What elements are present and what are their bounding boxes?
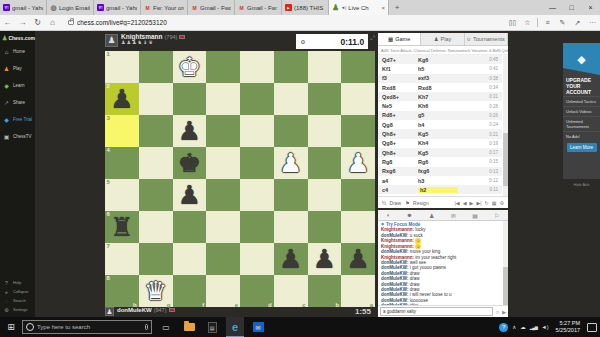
tab-label: Login Email No bbox=[59, 5, 90, 11]
square-c6[interactable] bbox=[274, 211, 308, 243]
square-a6[interactable] bbox=[341, 211, 375, 243]
square-h5[interactable]: 5 bbox=[105, 179, 139, 211]
browser-tab[interactable]: MGmail - Fwd: Yo bbox=[188, 0, 235, 15]
square-g6[interactable] bbox=[139, 211, 173, 243]
black-pawn[interactable]: ♟ bbox=[173, 179, 207, 211]
bottom-player-bar: ♟ donMuleKW (947) 1:55 bbox=[105, 307, 375, 317]
gmail-icon: M bbox=[191, 4, 198, 11]
file-explorer-button[interactable] bbox=[180, 317, 198, 337]
diamond-icon: ◆ bbox=[577, 53, 585, 66]
favorites-star-icon[interactable]: ☆ bbox=[520, 19, 535, 27]
move-time: 0:13 bbox=[489, 169, 498, 174]
browser-tab[interactable]: Y!gmail - Yahoo S bbox=[94, 0, 141, 15]
sidebar-item-label: Share bbox=[13, 100, 25, 105]
white-move[interactable]: Rxd8 bbox=[382, 85, 418, 91]
top-clock-time: 0:11.0 bbox=[341, 37, 365, 47]
square-h2[interactable]: 2♟ bbox=[105, 83, 139, 115]
expand-board-icon[interactable]: ⤢ bbox=[370, 35, 375, 42]
square-a3[interactable] bbox=[341, 115, 375, 147]
edge-icon: e bbox=[232, 321, 238, 333]
black-move[interactable]: Kh7 bbox=[418, 94, 458, 100]
reading-view-icon[interactable]: ▯▯ bbox=[505, 19, 520, 27]
chat-username[interactable]: Knightsmannn: bbox=[381, 244, 414, 249]
white-move[interactable]: Qh8+ bbox=[382, 131, 418, 137]
black-move[interactable]: Kg5 bbox=[418, 131, 458, 137]
game-panel: ▦Game♟Play∪Tournaments A46: Torre Attack… bbox=[378, 33, 508, 208]
black-move[interactable]: Kg5 bbox=[418, 150, 458, 156]
sidebar-item-label: ChessTV bbox=[13, 134, 32, 139]
top-player-rating: (794) bbox=[165, 34, 178, 40]
square-f5[interactable]: ♟ bbox=[173, 179, 207, 211]
square-h6[interactable]: 6♜ bbox=[105, 211, 139, 243]
white-move[interactable]: Qg8+ bbox=[382, 140, 418, 146]
top-player-flag-icon bbox=[179, 35, 185, 39]
white-move[interactable]: Rd8+ bbox=[382, 112, 418, 118]
tray-chevron-icon[interactable]: ∧ bbox=[512, 324, 516, 330]
sidebar-footer-label: Search bbox=[13, 298, 26, 303]
new-tab-button[interactable]: + bbox=[389, 0, 405, 15]
tab-close-icon[interactable]: × bbox=[381, 5, 385, 11]
edge-button[interactable]: e bbox=[226, 317, 244, 337]
chesscom-sidebar: ♟ Chess.com ⌂Home♟Play◆Learn↗Share◆Free … bbox=[0, 31, 35, 317]
black-move[interactable]: Kg6 bbox=[418, 57, 458, 63]
white-move[interactable]: Qxd8+ bbox=[382, 94, 418, 100]
chat-username[interactable]: donMuleKW: bbox=[381, 265, 408, 270]
sidebar-item-play[interactable]: ♟Play bbox=[0, 60, 35, 77]
promo-feature: Unlimited Tactics bbox=[563, 96, 600, 106]
home-icon[interactable]: ⌂ bbox=[45, 18, 60, 27]
browser-tab[interactable]: ♟◄)Live Ch× bbox=[329, 0, 389, 15]
chat-input-row: ☺ ▶ bbox=[378, 305, 508, 317]
square-b7[interactable]: ♟ bbox=[308, 243, 342, 275]
share-icon[interactable]: ↗ bbox=[570, 19, 585, 27]
chat-username[interactable]: Knightsmannn: bbox=[381, 238, 414, 243]
promo-feature: No Ads! bbox=[563, 131, 600, 141]
bottom-player-avatar[interactable]: ♟ bbox=[105, 307, 114, 316]
tab-label: Fw: Your order r bbox=[153, 5, 184, 11]
tab-label: Live Ch bbox=[348, 5, 368, 11]
draw-icon: ½ bbox=[382, 200, 386, 206]
white-move[interactable]: Rxg6 bbox=[382, 168, 418, 174]
sidebar-item-learn[interactable]: ◆Learn bbox=[0, 77, 35, 94]
move-time: 0:34 bbox=[489, 85, 498, 90]
move-time: 0:41 bbox=[489, 66, 498, 71]
chat-tab-flag-icon[interactable]: ⚐ bbox=[494, 212, 499, 219]
square-d7[interactable] bbox=[240, 243, 274, 275]
mic-icon[interactable] bbox=[145, 324, 148, 330]
move-row: Qxd8+Kh70:31 bbox=[378, 92, 502, 101]
web-note-icon[interactable]: ✎ bbox=[555, 19, 570, 27]
square-c5[interactable] bbox=[274, 179, 308, 211]
move-time: 0:21 bbox=[489, 132, 498, 137]
sidebar-item-home[interactable]: ⌂Home bbox=[0, 43, 35, 60]
square-a7[interactable]: ♟ bbox=[341, 243, 375, 275]
chat-input[interactable] bbox=[380, 307, 493, 316]
bottom-player-name[interactable]: donMuleKW bbox=[117, 307, 152, 314]
square-h3[interactable]: 3 bbox=[105, 115, 139, 147]
square-g2[interactable] bbox=[139, 83, 173, 115]
browser-tab[interactable]: ▶(188) THIS GAM bbox=[282, 0, 329, 15]
sidebar-footer-label: Help bbox=[13, 280, 21, 285]
chat-username[interactable]: Knightsmannn: bbox=[381, 255, 414, 260]
square-h8[interactable]: 8h bbox=[105, 275, 139, 307]
square-d3[interactable] bbox=[240, 115, 274, 147]
move-time: 0:45 bbox=[489, 57, 498, 62]
home-icon: ⌂ bbox=[3, 49, 10, 55]
sidebar-footer-label: Settings bbox=[13, 307, 27, 312]
sidebar-item-share[interactable]: ↗Share bbox=[0, 94, 35, 111]
square-f7[interactable] bbox=[173, 243, 207, 275]
chat-username[interactable]: donMuleKW: bbox=[381, 282, 408, 287]
play-icon: ♟ bbox=[3, 65, 10, 72]
black-king[interactable]: ♚ bbox=[173, 147, 207, 179]
white-move[interactable]: a4 bbox=[382, 178, 418, 184]
refresh-icon[interactable]: ↻ bbox=[30, 18, 45, 27]
bottom-player-rating: (947) bbox=[154, 307, 167, 313]
chat-tab-users-icon[interactable]: ☻ bbox=[406, 212, 412, 218]
square-c1[interactable] bbox=[274, 51, 308, 83]
black-move[interactable]: h4 bbox=[418, 122, 458, 128]
square-c8[interactable]: c bbox=[274, 275, 308, 307]
white-pawn[interactable]: ♟ bbox=[341, 147, 375, 179]
folder-icon bbox=[184, 323, 195, 331]
move-row: Kf1h50:41 bbox=[378, 64, 502, 73]
browser-tab[interactable]: Y!gmail - Yahoo S bbox=[0, 0, 47, 15]
move-time: 0:28 bbox=[489, 104, 498, 109]
back-icon[interactable]: ← bbox=[0, 18, 15, 27]
sidebar-footer-help[interactable]: ?Help bbox=[0, 278, 35, 287]
pawn-logo-icon: ♟ bbox=[2, 34, 7, 41]
move-time: 0:38 bbox=[489, 76, 498, 81]
rank-label: 2 bbox=[107, 83, 110, 89]
hub-icon[interactable]: ≡ bbox=[540, 19, 555, 26]
black-pawn[interactable]: ♟ bbox=[274, 243, 308, 275]
first-move-icon[interactable]: |◀ bbox=[455, 200, 460, 206]
chat-username[interactable]: Knightsmannn: bbox=[381, 227, 414, 232]
white-move[interactable]: Kf1 bbox=[382, 66, 418, 72]
move-row: Ne5Kh60:28 bbox=[378, 101, 502, 110]
start-button[interactable]: ⊞ bbox=[0, 322, 22, 332]
sidebar-items: ⌂Home♟Play◆Learn↗Share◆Free Trial▣ChessT… bbox=[0, 43, 35, 145]
black-move[interactable]: g5 bbox=[418, 112, 458, 118]
square-e4[interactable] bbox=[206, 147, 240, 179]
square-g4[interactable] bbox=[139, 147, 173, 179]
square-e3[interactable] bbox=[206, 115, 240, 147]
move-row: c4h20:11 bbox=[378, 185, 502, 194]
move-row: a4h30:12 bbox=[378, 176, 502, 185]
chat-tab-grid-icon[interactable]: ▤ bbox=[472, 212, 478, 219]
tab-label: Gmail - Fw: You bbox=[247, 5, 278, 11]
resign-button[interactable]: ⚑ Resign bbox=[405, 200, 428, 206]
square-a2[interactable] bbox=[341, 83, 375, 115]
panel-tab-label: Play bbox=[441, 36, 452, 42]
panel-tab-tournaments[interactable]: ∪Tournaments bbox=[465, 33, 508, 45]
tab-label: gmail - Yahoo S bbox=[106, 5, 137, 11]
close-button[interactable]: × bbox=[581, 0, 600, 15]
sidebar-footer-search[interactable]: ◌Search bbox=[0, 296, 35, 305]
square-e1[interactable] bbox=[206, 51, 240, 83]
square-g7[interactable] bbox=[139, 243, 173, 275]
tab-label: gmail - Yahoo S bbox=[12, 5, 43, 11]
white-move[interactable]: Rg8 bbox=[382, 159, 418, 165]
search-icon: ◌ bbox=[3, 298, 10, 304]
move-row: Rg8Rg60:15 bbox=[378, 157, 502, 166]
yahoo-icon: Y! bbox=[3, 4, 10, 11]
move-list-scrollbar[interactable] bbox=[503, 55, 508, 196]
bottom-clock-time: 1:55 bbox=[355, 307, 375, 316]
calculator-button[interactable]: ▤ bbox=[203, 317, 221, 337]
promo-feature: Unlock Videos bbox=[563, 106, 600, 116]
move-row: Qh8+Kg50:21 bbox=[378, 129, 502, 138]
black-move[interactable]: Kh4 bbox=[418, 140, 458, 146]
rank-label: 5 bbox=[107, 179, 110, 185]
outlook-button[interactable]: ✉ bbox=[249, 317, 267, 337]
chat-panel: ◖☻♟✉▤⚐ ◆Try Focus ModeKnightsmannn: luck… bbox=[378, 210, 508, 317]
logo-text: Chess.com bbox=[8, 35, 35, 41]
chess-board[interactable]: 1♚2♟3♟4♚♟♟5♟6♜7♟♟♟8hg♛fedcba bbox=[105, 51, 375, 307]
square-f3[interactable]: ♟ bbox=[173, 115, 207, 147]
black-move[interactable]: h5 bbox=[418, 66, 458, 72]
square-e6[interactable] bbox=[206, 211, 240, 243]
move-time: 0:19 bbox=[489, 141, 498, 146]
square-b8[interactable]: b bbox=[308, 275, 342, 307]
sidebar-footer-collapse[interactable]: «Collapse bbox=[0, 287, 35, 296]
chat-messages[interactable]: ◆Try Focus ModeKnightsmannn: luckydonMul… bbox=[378, 221, 508, 305]
chat-username[interactable]: donMuleKW: bbox=[381, 271, 408, 276]
move-time: 0:12 bbox=[489, 178, 498, 183]
draw-button[interactable]: ½ Draw bbox=[382, 200, 401, 206]
system-tray: ? ∧ ☁ ▂▄▆ ◄) 5:27 PM 5/25/2017 bbox=[499, 320, 600, 334]
white-king[interactable]: ♚ bbox=[173, 51, 207, 83]
calculator-icon: ▤ bbox=[208, 322, 217, 333]
square-g3[interactable] bbox=[139, 115, 173, 147]
action-center-icon[interactable] bbox=[587, 323, 597, 332]
move-row: Qg8h40:24 bbox=[378, 120, 502, 129]
move-time: 0:26 bbox=[489, 113, 498, 118]
chat-username[interactable]: donMuleKW: bbox=[381, 292, 408, 297]
sidebar-item-chesstv[interactable]: ▣ChessTV bbox=[0, 128, 35, 145]
white-move[interactable]: c4 bbox=[382, 187, 418, 193]
cortana-icon bbox=[26, 323, 34, 331]
browser-tab[interactable]: MFw: Your order r bbox=[141, 0, 188, 15]
black-move[interactable]: Kh6 bbox=[418, 103, 458, 109]
move-row: Qd7+Kg60:45 bbox=[378, 55, 502, 64]
panel-tab-game[interactable]: ▦Game bbox=[378, 33, 421, 45]
move-time: 0:24 bbox=[489, 122, 498, 127]
browser-tab-bar: Y!gmail - Yahoo S◍Login Email NoY!gmail … bbox=[0, 0, 600, 15]
black-pawn[interactable]: ♟ bbox=[308, 243, 342, 275]
forward-icon[interactable]: → bbox=[15, 18, 30, 27]
white-move[interactable]: Qd7+ bbox=[382, 57, 418, 63]
screen: Y!gmail - Yahoo S◍Login Email NoY!gmail … bbox=[0, 0, 600, 337]
onedrive-cloud-icon[interactable]: ☁ bbox=[520, 324, 526, 330]
rank-label: 6 bbox=[107, 211, 110, 217]
white-move[interactable]: Ne5 bbox=[382, 103, 418, 109]
square-f1[interactable]: ♚ bbox=[173, 51, 207, 83]
square-e5[interactable] bbox=[206, 179, 240, 211]
chat-username[interactable]: donMuleKW: bbox=[381, 233, 408, 238]
learn-more-button[interactable]: Learn More bbox=[567, 143, 597, 152]
black-move[interactable]: h2 bbox=[418, 187, 458, 193]
network-icon[interactable]: ▂▄▆ bbox=[530, 325, 538, 330]
sidebar-footer-items: ?Help«Collapse◌Search⚙Settings bbox=[0, 278, 35, 314]
gmail-icon: M bbox=[144, 4, 151, 11]
black-move[interactable]: Rg6 bbox=[418, 159, 458, 165]
next-move-icon[interactable]: ▶ bbox=[470, 200, 474, 206]
white-move[interactable]: f3 bbox=[382, 75, 418, 81]
top-player-avatar[interactable]: ♟ bbox=[105, 34, 118, 47]
sidebar-item-label: Play bbox=[13, 66, 22, 71]
game-panel-tabs: ▦Game♟Play∪Tournaments bbox=[378, 33, 508, 46]
square-a4[interactable]: ♟ bbox=[341, 147, 375, 179]
square-d4[interactable] bbox=[240, 147, 274, 179]
move-list[interactable]: Qd7+Kg60:45Kf1h50:41f3exf30:38Rxd8Rxd80:… bbox=[378, 55, 508, 196]
square-h1[interactable]: 1 bbox=[105, 51, 139, 83]
panel-tab-label: Tournaments bbox=[473, 36, 505, 42]
black-pawn[interactable]: ♟ bbox=[105, 83, 139, 115]
square-d5[interactable] bbox=[240, 179, 274, 211]
move-row: Rxg6fxg60:13 bbox=[378, 167, 502, 176]
square-h7[interactable]: 7 bbox=[105, 243, 139, 275]
square-a8[interactable]: a bbox=[341, 275, 375, 307]
chat-send-icon[interactable]: ▶ bbox=[502, 309, 506, 315]
white-pawn[interactable]: ♟ bbox=[274, 147, 308, 179]
white-move[interactable]: Qg8 bbox=[382, 122, 418, 128]
move-row: f3exf30:38 bbox=[378, 74, 502, 83]
tab-label: Gmail - Fwd: Yo bbox=[200, 5, 231, 11]
chat-tab-chat-bubble-icon[interactable]: ◖ bbox=[386, 212, 390, 218]
chat-emoji-icon[interactable]: ☺ bbox=[495, 309, 500, 315]
square-a1[interactable] bbox=[341, 51, 375, 83]
volume-icon[interactable]: ◄) bbox=[541, 324, 548, 330]
maximize-button[interactable]: □ bbox=[562, 0, 581, 15]
square-f8[interactable]: f bbox=[173, 275, 207, 307]
square-f2[interactable] bbox=[173, 83, 207, 115]
globe-icon: ◍ bbox=[50, 4, 57, 11]
sidebar-footer-settings[interactable]: ⚙Settings bbox=[0, 305, 35, 314]
square-h4[interactable]: 4 bbox=[105, 147, 139, 179]
square-b5[interactable] bbox=[308, 179, 342, 211]
chat-username[interactable]: donMuleKW: bbox=[381, 260, 408, 265]
last-move-icon[interactable]: ▶| bbox=[476, 200, 481, 206]
pawn-icon: ♟ bbox=[434, 36, 439, 42]
taskbar-date: 5/25/2017 bbox=[556, 327, 580, 334]
browser-tab[interactable]: ◍Login Email No bbox=[47, 0, 94, 15]
chat-tab-mail-icon[interactable]: ✉ bbox=[451, 212, 456, 219]
top-clock: ⚙ 0:11.0 bbox=[296, 34, 368, 49]
square-g8[interactable]: g♛ bbox=[139, 275, 173, 307]
trophy-icon: ∪ bbox=[467, 36, 471, 42]
chesscom-logo[interactable]: ♟ Chess.com bbox=[0, 31, 35, 43]
square-f4[interactable]: ♚ bbox=[173, 147, 207, 179]
square-d2[interactable] bbox=[240, 83, 274, 115]
black-move[interactable]: fxg6 bbox=[418, 168, 458, 174]
panel-tab-label: Game bbox=[395, 36, 410, 42]
analysis-icon[interactable]: ▦ bbox=[492, 200, 497, 206]
panel-tab-play[interactable]: ♟Play bbox=[421, 33, 464, 45]
rank-label: 3 bbox=[107, 115, 110, 121]
chesstv-icon: ▣ bbox=[3, 133, 10, 140]
sidebar-item-freetrial[interactable]: ◆Free Trial bbox=[0, 111, 35, 128]
chat-username[interactable]: donMuleKW: bbox=[381, 298, 408, 303]
black-rook[interactable]: ♜ bbox=[105, 211, 139, 243]
black-pawn[interactable]: ♟ bbox=[173, 115, 207, 147]
settings-gear-icon[interactable]: ⚙ bbox=[500, 200, 504, 206]
chat-username[interactable]: donMuleKW: bbox=[381, 303, 408, 305]
square-c7[interactable]: ♟ bbox=[274, 243, 308, 275]
square-f6[interactable] bbox=[173, 211, 207, 243]
chess-pawn-icon: ♟ bbox=[332, 4, 339, 11]
black-move[interactable]: h3 bbox=[418, 178, 458, 184]
square-b6[interactable] bbox=[308, 211, 342, 243]
chat-scrollbar[interactable] bbox=[503, 221, 508, 305]
white-move[interactable]: Qh8+ bbox=[382, 150, 418, 156]
tab-audio-icon: ◄) bbox=[341, 5, 346, 10]
chat-username[interactable]: donMuleKW: bbox=[381, 249, 408, 254]
promo-feature: Unlimited Tournaments bbox=[563, 116, 600, 131]
learn-icon: ◆ bbox=[3, 82, 10, 89]
chat-username[interactable]: donMuleKW: bbox=[381, 276, 408, 281]
square-c4[interactable]: ♟ bbox=[274, 147, 308, 179]
tray-app-icon[interactable]: ? bbox=[499, 323, 508, 332]
taskbar-search[interactable]: Type here to search bbox=[22, 320, 152, 334]
square-e8[interactable]: e bbox=[206, 275, 240, 307]
chat-username[interactable]: donMuleKW: bbox=[381, 287, 408, 292]
promo-banner: ◆ bbox=[563, 43, 600, 75]
browser-tab[interactable]: MGmail - Fw: You bbox=[235, 0, 282, 15]
black-move[interactable]: exf3 bbox=[418, 75, 458, 81]
square-a5[interactable] bbox=[341, 179, 375, 211]
black-pawn[interactable]: ♟ bbox=[341, 243, 375, 275]
promo-features: Unlimited TacticsUnlock VideosUnlimited … bbox=[563, 96, 600, 141]
move-time: 0:31 bbox=[489, 94, 498, 99]
square-b3[interactable] bbox=[308, 115, 342, 147]
task-view-button[interactable]: ▭ bbox=[157, 317, 175, 337]
square-c3[interactable] bbox=[274, 115, 308, 147]
bottom-player-flag-icon bbox=[169, 308, 175, 312]
more-icon[interactable]: ⋯ bbox=[585, 19, 600, 27]
minimize-button[interactable]: — bbox=[543, 0, 562, 15]
square-d1[interactable] bbox=[240, 51, 274, 83]
address-bar-actions: ▯▯ ☆ ≡ ✎ ↗ ⋯ bbox=[505, 18, 600, 27]
square-d6[interactable] bbox=[240, 211, 274, 243]
upgrade-promo: ◆ UPGRADE YOUR ACCOUNT Unlimited Tactics… bbox=[563, 43, 600, 179]
square-g5[interactable] bbox=[139, 179, 173, 211]
settings-icon: ⚙ bbox=[3, 307, 10, 313]
move-nav-controls: |◀ ◀ ▶ ▶| ↻ ▦ ⚙ bbox=[455, 200, 504, 206]
square-e7[interactable] bbox=[206, 243, 240, 275]
square-b2[interactable] bbox=[308, 83, 342, 115]
square-b4[interactable] bbox=[308, 147, 342, 179]
move-row: Rd8+g50:26 bbox=[378, 111, 502, 120]
prev-move-icon[interactable]: ◀ bbox=[463, 200, 467, 206]
chat-message: donMuleKW: idiot bbox=[381, 303, 501, 305]
flip-board-icon[interactable]: ↻ bbox=[485, 200, 489, 206]
chat-tab-pawn-icon[interactable]: ♟ bbox=[429, 212, 434, 219]
square-e2[interactable] bbox=[206, 83, 240, 115]
taskbar-clock[interactable]: 5:27 PM 5/25/2017 bbox=[556, 320, 580, 334]
search-placeholder: Type here to search bbox=[37, 324, 142, 330]
square-d8[interactable]: d bbox=[240, 275, 274, 307]
black-move[interactable]: Rxd8 bbox=[418, 85, 458, 91]
hide-ads-link[interactable]: Hide Ads bbox=[563, 182, 600, 187]
top-captured-pieces: ♟♟♟♞♝♛ bbox=[121, 40, 185, 46]
url-text[interactable]: chess.com/live#g=2120253120 bbox=[77, 19, 505, 26]
opening-name: A46: Torre Attack, Classical Defense, Ni… bbox=[378, 46, 508, 55]
square-g1[interactable] bbox=[139, 51, 173, 83]
square-b1[interactable] bbox=[308, 51, 342, 83]
square-c2[interactable] bbox=[274, 83, 308, 115]
